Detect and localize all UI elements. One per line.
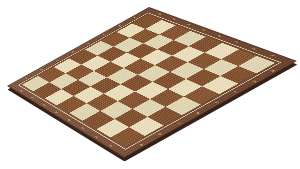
chess-board: abcdefgh abcdefgh 87654321 87654321 [7,7,297,158]
playing-field [22,15,275,147]
chessboard-product-photo: abcdefgh abcdefgh 87654321 87654321 [0,0,300,169]
